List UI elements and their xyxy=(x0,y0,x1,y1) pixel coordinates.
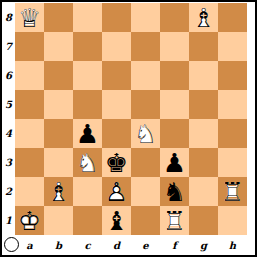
square-e6[interactable] xyxy=(131,61,160,90)
white-rook[interactable]: ♖ xyxy=(160,206,189,235)
square-g4[interactable] xyxy=(189,119,218,148)
chess-diagram-frame: 87654321 ♛♕♝♗♟♞♘♞♘♚♟♝♗♟♙♞♜♖♚♔♝♜♖ abcdefg… xyxy=(0,0,257,257)
white-king[interactable]: ♔ xyxy=(15,206,44,235)
square-g2[interactable] xyxy=(189,177,218,206)
square-f8[interactable] xyxy=(160,3,189,32)
square-f4[interactable] xyxy=(160,119,189,148)
square-g7[interactable] xyxy=(189,32,218,61)
square-d5[interactable] xyxy=(102,90,131,119)
square-f1[interactable]: ♜♖ xyxy=(160,206,189,235)
square-h3[interactable] xyxy=(218,148,247,177)
black-pawn[interactable]: ♟ xyxy=(160,148,189,177)
square-b1[interactable] xyxy=(44,206,73,235)
square-e7[interactable] xyxy=(131,32,160,61)
square-e3[interactable] xyxy=(131,148,160,177)
square-d3[interactable]: ♚ xyxy=(102,148,131,177)
file-label-d: d xyxy=(102,235,131,255)
white-bishop[interactable]: ♗ xyxy=(44,177,73,206)
square-b8[interactable] xyxy=(44,3,73,32)
rank-label-4: 4 xyxy=(2,119,15,148)
rank-labels: 87654321 xyxy=(2,3,15,235)
square-c5[interactable] xyxy=(73,90,102,119)
square-b7[interactable] xyxy=(44,32,73,61)
square-g5[interactable] xyxy=(189,90,218,119)
rank-label-6: 6 xyxy=(2,61,15,90)
square-c2[interactable] xyxy=(73,177,102,206)
white-to-move-indicator xyxy=(4,237,19,252)
rank-label-8: 8 xyxy=(2,3,15,32)
square-c3[interactable]: ♞♘ xyxy=(73,148,102,177)
square-f3[interactable]: ♟ xyxy=(160,148,189,177)
square-c6[interactable] xyxy=(73,61,102,90)
square-e4[interactable]: ♞♘ xyxy=(131,119,160,148)
square-e8[interactable] xyxy=(131,3,160,32)
rank-label-5: 5 xyxy=(2,90,15,119)
square-c7[interactable] xyxy=(73,32,102,61)
square-d4[interactable] xyxy=(102,119,131,148)
square-g1[interactable] xyxy=(189,206,218,235)
square-e2[interactable] xyxy=(131,177,160,206)
square-a3[interactable] xyxy=(15,148,44,177)
square-f6[interactable] xyxy=(160,61,189,90)
square-b3[interactable] xyxy=(44,148,73,177)
square-f5[interactable] xyxy=(160,90,189,119)
white-pawn[interactable]: ♙ xyxy=(102,177,131,206)
rank-label-7: 7 xyxy=(2,32,15,61)
square-h6[interactable] xyxy=(218,61,247,90)
file-label-e: e xyxy=(131,235,160,255)
white-queen[interactable]: ♕ xyxy=(15,3,44,32)
rank-label-1: 1 xyxy=(2,206,15,235)
rank-label-2: 2 xyxy=(2,177,15,206)
file-label-h: h xyxy=(218,235,247,255)
square-a5[interactable] xyxy=(15,90,44,119)
file-label-f: f xyxy=(160,235,189,255)
black-king[interactable]: ♚ xyxy=(102,148,131,177)
square-h2[interactable]: ♜♖ xyxy=(218,177,247,206)
square-c8[interactable] xyxy=(73,3,102,32)
square-a6[interactable] xyxy=(15,61,44,90)
square-d8[interactable] xyxy=(102,3,131,32)
square-d1[interactable]: ♝ xyxy=(102,206,131,235)
black-knight[interactable]: ♞ xyxy=(160,177,189,206)
square-e5[interactable] xyxy=(131,90,160,119)
square-e1[interactable] xyxy=(131,206,160,235)
square-a1[interactable]: ♚♔ xyxy=(15,206,44,235)
black-pawn[interactable]: ♟ xyxy=(73,119,102,148)
square-h5[interactable] xyxy=(218,90,247,119)
square-a2[interactable] xyxy=(15,177,44,206)
square-g6[interactable] xyxy=(189,61,218,90)
file-label-c: c xyxy=(73,235,102,255)
white-bishop[interactable]: ♗ xyxy=(189,3,218,32)
square-f2[interactable]: ♞ xyxy=(160,177,189,206)
rank-label-3: 3 xyxy=(2,148,15,177)
square-b6[interactable] xyxy=(44,61,73,90)
square-a4[interactable] xyxy=(15,119,44,148)
square-d2[interactable]: ♟♙ xyxy=(102,177,131,206)
square-a8[interactable]: ♛♕ xyxy=(15,3,44,32)
file-labels: abcdefgh xyxy=(15,235,247,255)
square-c1[interactable] xyxy=(73,206,102,235)
square-g3[interactable] xyxy=(189,148,218,177)
file-label-a: a xyxy=(15,235,44,255)
white-rook[interactable]: ♖ xyxy=(218,177,247,206)
square-d6[interactable] xyxy=(102,61,131,90)
square-h1[interactable] xyxy=(218,206,247,235)
square-a7[interactable] xyxy=(15,32,44,61)
square-b2[interactable]: ♝♗ xyxy=(44,177,73,206)
white-knight[interactable]: ♘ xyxy=(131,119,160,148)
square-b4[interactable] xyxy=(44,119,73,148)
white-knight[interactable]: ♘ xyxy=(73,148,102,177)
square-h4[interactable] xyxy=(218,119,247,148)
square-h7[interactable] xyxy=(218,32,247,61)
square-f7[interactable] xyxy=(160,32,189,61)
chess-board[interactable]: ♛♕♝♗♟♞♘♞♘♚♟♝♗♟♙♞♜♖♚♔♝♜♖ xyxy=(15,3,247,235)
square-c4[interactable]: ♟ xyxy=(73,119,102,148)
file-label-g: g xyxy=(189,235,218,255)
square-d7[interactable] xyxy=(102,32,131,61)
square-h8[interactable] xyxy=(218,3,247,32)
black-bishop[interactable]: ♝ xyxy=(102,206,131,235)
square-g8[interactable]: ♝♗ xyxy=(189,3,218,32)
file-label-b: b xyxy=(44,235,73,255)
square-b5[interactable] xyxy=(44,90,73,119)
